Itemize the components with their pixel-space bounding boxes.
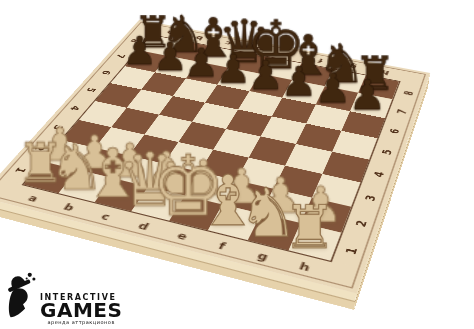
file-label-top-f: f (317, 57, 324, 63)
file-label-top-a: a (166, 29, 176, 35)
rank-label-right-7: 7 (396, 108, 409, 114)
file-label-top-e: e (285, 51, 295, 57)
file-label-top-d: d (254, 45, 264, 51)
file-label-f: f (217, 241, 227, 251)
product-photo: abcdefgh8♜♞♝♛♚♝♞♜87♟♟♟♟♟♟♟♟7665544332♟♟♟… (0, 0, 474, 329)
rank-label-left-2: 2 (32, 144, 47, 151)
rank-label-left-5: 5 (84, 86, 97, 92)
brand-name-main: GAMES (40, 302, 122, 319)
file-label-e: e (175, 231, 189, 242)
rank-label-right-2: 2 (355, 219, 370, 228)
file-label-g: g (256, 251, 270, 263)
logo: INTERACTIVE GAMES аренда аттракционов (7, 262, 122, 328)
board-grid: abcdefgh8♜♞♝♛♚♝♞♜87♟♟♟♟♟♟♟♟7665544332♟♟♟… (0, 20, 430, 293)
chess-board: abcdefgh8♜♞♝♛♚♝♞♜87♟♟♟♟♟♟♟♟7665544332♟♟♟… (0, 20, 430, 293)
file-label-top-b: b (194, 34, 204, 40)
rank-label-right-5: 5 (381, 148, 395, 155)
rank-label-left-7: 7 (114, 53, 127, 58)
rank-label-right-8: 8 (403, 90, 415, 96)
rank-label-left-6: 6 (99, 69, 112, 75)
file-label-top-c: c (224, 40, 233, 46)
rank-label-left-1: 1 (12, 166, 27, 174)
file-label-c: c (99, 212, 112, 222)
file-label-d: d (136, 221, 150, 232)
rank-label-left-8: 8 (128, 38, 140, 43)
file-label-top-g: g (348, 62, 358, 69)
rank-label-left-3: 3 (50, 124, 64, 131)
rank-label-right-4: 4 (373, 170, 387, 178)
file-label-top-h: h (380, 68, 390, 75)
rank-label-left-4: 4 (68, 104, 82, 110)
square-a2: ♟ (43, 140, 95, 170)
logo-tagline: аренда аттракционов (40, 319, 122, 326)
logo-mark-icon (7, 262, 37, 328)
file-label-h: h (298, 261, 312, 273)
rank-label-right-6: 6 (389, 128, 402, 135)
rank-label-right-3: 3 (364, 194, 379, 202)
rank-label-right-1: 1 (345, 246, 361, 256)
file-label-a: a (26, 193, 40, 203)
file-label-b: b (62, 202, 77, 212)
